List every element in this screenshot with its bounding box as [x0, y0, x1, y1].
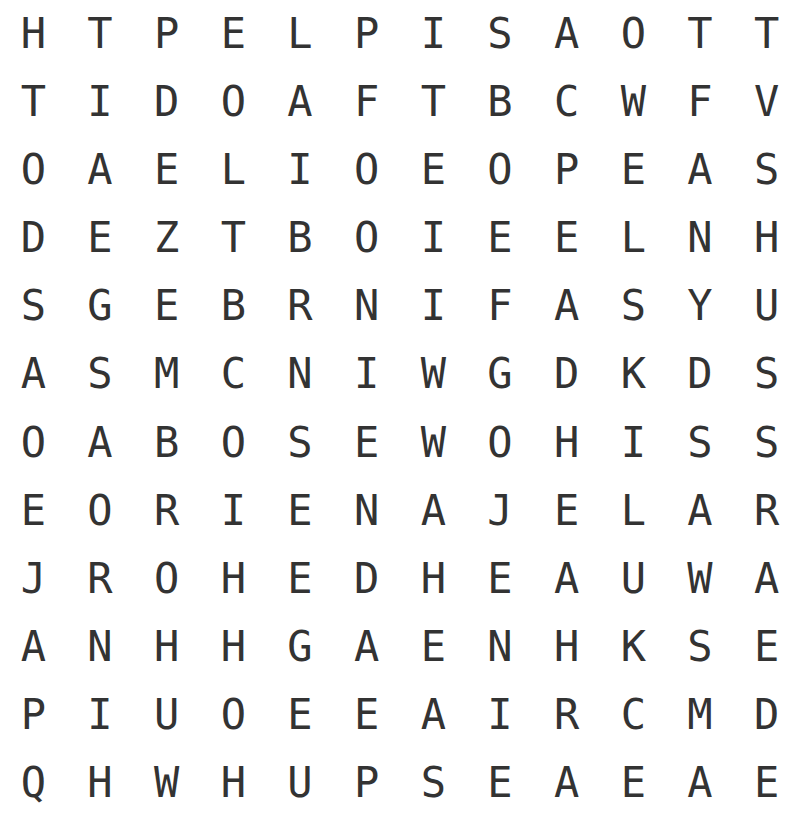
- grid-cell[interactable]: F: [333, 68, 400, 136]
- grid-cell[interactable]: E: [533, 477, 600, 545]
- grid-cell[interactable]: A: [667, 477, 734, 545]
- grid-cell[interactable]: G: [267, 613, 334, 681]
- grid-cell[interactable]: A: [533, 272, 600, 340]
- grid-cell[interactable]: P: [133, 0, 200, 68]
- grid-cell[interactable]: E: [533, 204, 600, 272]
- grid-cell[interactable]: K: [600, 613, 667, 681]
- grid-cell[interactable]: H: [400, 545, 467, 613]
- grid-cell[interactable]: A: [533, 545, 600, 613]
- grid-cell[interactable]: H: [200, 613, 267, 681]
- grid-cell[interactable]: N: [67, 613, 134, 681]
- grid-cell[interactable]: N: [333, 477, 400, 545]
- grid-cell[interactable]: U: [267, 749, 334, 817]
- grid-cell[interactable]: R: [533, 681, 600, 749]
- grid-cell[interactable]: E: [600, 749, 667, 817]
- grid-cell[interactable]: E: [467, 545, 534, 613]
- grid-cell[interactable]: E: [733, 749, 800, 817]
- grid-cell[interactable]: S: [467, 0, 534, 68]
- grid-cell[interactable]: B: [267, 204, 334, 272]
- grid-cell[interactable]: S: [67, 340, 134, 408]
- grid-cell[interactable]: S: [733, 340, 800, 408]
- grid-cell[interactable]: N: [667, 204, 734, 272]
- grid-cell[interactable]: S: [600, 272, 667, 340]
- grid-cell[interactable]: S: [400, 749, 467, 817]
- grid-cell[interactable]: E: [67, 204, 134, 272]
- grid-cell[interactable]: I: [267, 136, 334, 204]
- grid-cell[interactable]: B: [200, 272, 267, 340]
- grid-cell[interactable]: D: [0, 204, 67, 272]
- grid-cell[interactable]: S: [667, 613, 734, 681]
- grid-cell[interactable]: C: [200, 340, 267, 408]
- grid-cell[interactable]: A: [533, 0, 600, 68]
- grid-cell[interactable]: E: [400, 136, 467, 204]
- grid-cell[interactable]: W: [133, 749, 200, 817]
- grid-cell[interactable]: D: [333, 545, 400, 613]
- grid-cell[interactable]: N: [267, 340, 334, 408]
- grid-cell[interactable]: D: [733, 681, 800, 749]
- grid-cell[interactable]: J: [0, 545, 67, 613]
- grid-cell[interactable]: O: [467, 136, 534, 204]
- grid-cell[interactable]: S: [0, 272, 67, 340]
- grid-cell[interactable]: W: [400, 340, 467, 408]
- grid-cell[interactable]: I: [333, 340, 400, 408]
- grid-cell[interactable]: O: [200, 68, 267, 136]
- grid-cell[interactable]: A: [267, 68, 334, 136]
- grid-cell[interactable]: R: [267, 272, 334, 340]
- grid-cell[interactable]: D: [667, 340, 734, 408]
- grid-cell[interactable]: B: [133, 409, 200, 477]
- grid-cell[interactable]: H: [0, 0, 67, 68]
- grid-cell[interactable]: A: [67, 136, 134, 204]
- grid-cell[interactable]: F: [467, 272, 534, 340]
- grid-cell[interactable]: O: [200, 409, 267, 477]
- grid-cell[interactable]: E: [0, 477, 67, 545]
- grid-cell[interactable]: H: [733, 204, 800, 272]
- grid-cell[interactable]: L: [600, 477, 667, 545]
- grid-cell[interactable]: S: [733, 409, 800, 477]
- grid-cell[interactable]: J: [467, 477, 534, 545]
- grid-cell[interactable]: R: [67, 545, 134, 613]
- grid-cell[interactable]: O: [0, 136, 67, 204]
- grid-cell[interactable]: T: [200, 204, 267, 272]
- grid-cell[interactable]: N: [333, 272, 400, 340]
- grid-cell[interactable]: R: [133, 477, 200, 545]
- grid-cell[interactable]: I: [67, 681, 134, 749]
- grid-cell[interactable]: P: [0, 681, 67, 749]
- grid-cell[interactable]: D: [533, 340, 600, 408]
- grid-cell[interactable]: O: [333, 204, 400, 272]
- grid-cell[interactable]: U: [133, 681, 200, 749]
- grid-cell[interactable]: H: [200, 749, 267, 817]
- grid-cell[interactable]: H: [533, 613, 600, 681]
- grid-cell[interactable]: I: [600, 409, 667, 477]
- grid-cell[interactable]: Q: [0, 749, 67, 817]
- grid-cell[interactable]: A: [0, 613, 67, 681]
- grid-cell[interactable]: A: [0, 340, 67, 408]
- grid-cell[interactable]: A: [333, 613, 400, 681]
- grid-cell[interactable]: E: [400, 613, 467, 681]
- grid-cell[interactable]: M: [133, 340, 200, 408]
- grid-cell[interactable]: W: [667, 545, 734, 613]
- grid-cell[interactable]: S: [667, 409, 734, 477]
- grid-cell[interactable]: D: [133, 68, 200, 136]
- grid-cell[interactable]: G: [467, 340, 534, 408]
- grid-cell[interactable]: T: [400, 68, 467, 136]
- grid-cell[interactable]: H: [533, 409, 600, 477]
- grid-cell[interactable]: E: [333, 681, 400, 749]
- grid-cell[interactable]: C: [533, 68, 600, 136]
- grid-cell[interactable]: F: [667, 68, 734, 136]
- grid-cell[interactable]: U: [733, 272, 800, 340]
- grid-cell[interactable]: E: [467, 204, 534, 272]
- grid-cell[interactable]: I: [200, 477, 267, 545]
- grid-cell[interactable]: E: [200, 0, 267, 68]
- grid-cell[interactable]: H: [200, 545, 267, 613]
- grid-cell[interactable]: Y: [667, 272, 734, 340]
- grid-cell[interactable]: I: [400, 272, 467, 340]
- grid-cell[interactable]: E: [600, 136, 667, 204]
- grid-cell[interactable]: C: [600, 681, 667, 749]
- grid-cell[interactable]: E: [267, 681, 334, 749]
- grid-cell[interactable]: T: [667, 0, 734, 68]
- grid-cell[interactable]: G: [67, 272, 134, 340]
- grid-cell[interactable]: E: [333, 409, 400, 477]
- grid-cell[interactable]: E: [467, 749, 534, 817]
- grid-cell[interactable]: P: [533, 136, 600, 204]
- grid-cell[interactable]: I: [400, 204, 467, 272]
- grid-cell[interactable]: E: [733, 613, 800, 681]
- grid-cell[interactable]: A: [667, 136, 734, 204]
- grid-cell[interactable]: W: [400, 409, 467, 477]
- grid-cell[interactable]: T: [0, 68, 67, 136]
- grid-cell[interactable]: E: [267, 545, 334, 613]
- grid-cell[interactable]: H: [133, 613, 200, 681]
- grid-cell[interactable]: W: [600, 68, 667, 136]
- grid-cell[interactable]: R: [733, 477, 800, 545]
- grid-cell[interactable]: N: [467, 613, 534, 681]
- grid-cell[interactable]: I: [467, 681, 534, 749]
- grid-cell[interactable]: T: [733, 0, 800, 68]
- grid-cell[interactable]: E: [133, 136, 200, 204]
- grid-cell[interactable]: P: [333, 0, 400, 68]
- grid-cell[interactable]: E: [267, 477, 334, 545]
- word-search-grid: HTPELPISAOTTTIDOAFTBCWFVOAELIOEOPEASDEZT…: [0, 0, 800, 817]
- grid-cell[interactable]: A: [400, 477, 467, 545]
- grid-cell[interactable]: K: [600, 340, 667, 408]
- grid-cell[interactable]: L: [600, 204, 667, 272]
- grid-cell[interactable]: A: [400, 681, 467, 749]
- grid-cell[interactable]: A: [67, 409, 134, 477]
- grid-cell[interactable]: O: [333, 136, 400, 204]
- grid-cell[interactable]: Z: [133, 204, 200, 272]
- grid-cell[interactable]: A: [733, 545, 800, 613]
- grid-cell[interactable]: S: [267, 409, 334, 477]
- grid-cell[interactable]: I: [400, 0, 467, 68]
- grid-cell[interactable]: O: [0, 409, 67, 477]
- grid-cell[interactable]: O: [600, 0, 667, 68]
- grid-cell[interactable]: I: [67, 68, 134, 136]
- grid-cell[interactable]: T: [67, 0, 134, 68]
- grid-cell[interactable]: A: [533, 749, 600, 817]
- grid-cell[interactable]: A: [667, 749, 734, 817]
- grid-cell[interactable]: L: [200, 136, 267, 204]
- grid-cell[interactable]: P: [333, 749, 400, 817]
- grid-cell[interactable]: U: [600, 545, 667, 613]
- grid-cell[interactable]: B: [467, 68, 534, 136]
- grid-cell[interactable]: O: [467, 409, 534, 477]
- grid-cell[interactable]: E: [133, 272, 200, 340]
- grid-cell[interactable]: O: [67, 477, 134, 545]
- grid-cell[interactable]: V: [733, 68, 800, 136]
- grid-cell[interactable]: L: [267, 0, 334, 68]
- grid-cell[interactable]: O: [133, 545, 200, 613]
- grid-cell[interactable]: M: [667, 681, 734, 749]
- grid-cell[interactable]: S: [733, 136, 800, 204]
- grid-cell[interactable]: O: [200, 681, 267, 749]
- grid-cell[interactable]: H: [67, 749, 134, 817]
